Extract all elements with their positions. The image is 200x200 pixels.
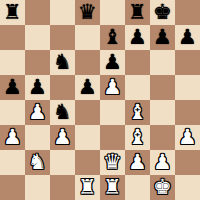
- black-pawn-b5[interactable]: ♟: [28, 75, 47, 100]
- square-b3[interactable]: [25, 125, 50, 150]
- square-a5[interactable]: ♟: [0, 75, 25, 100]
- square-f8[interactable]: ♜: [125, 0, 150, 25]
- square-d7[interactable]: [75, 25, 100, 50]
- white-pawn-b4[interactable]: ♟: [28, 100, 47, 125]
- square-g4[interactable]: [150, 100, 175, 125]
- black-bishop-e7[interactable]: ♝: [103, 25, 122, 50]
- square-h5[interactable]: [175, 75, 200, 100]
- square-f7[interactable]: ♟: [125, 25, 150, 50]
- white-rook-e1[interactable]: ♜: [103, 175, 122, 200]
- square-d1[interactable]: ♜: [75, 175, 100, 200]
- black-pawn-g7[interactable]: ♟: [153, 25, 172, 50]
- square-e4[interactable]: [100, 100, 125, 125]
- black-pawn-e6[interactable]: ♟: [103, 50, 122, 75]
- square-f6[interactable]: [125, 50, 150, 75]
- square-b8[interactable]: [25, 0, 50, 25]
- square-h7[interactable]: ♟: [175, 25, 200, 50]
- white-knight-b2[interactable]: ♞: [28, 150, 47, 175]
- square-a6[interactable]: [0, 50, 25, 75]
- square-b4[interactable]: ♟: [25, 100, 50, 125]
- white-pawn-f2[interactable]: ♟: [128, 150, 147, 175]
- square-a4[interactable]: [0, 100, 25, 125]
- black-pawn-f7[interactable]: ♟: [128, 25, 147, 50]
- square-c1[interactable]: [50, 175, 75, 200]
- black-rook-a8[interactable]: ♜: [3, 0, 22, 25]
- square-c6[interactable]: ♞: [50, 50, 75, 75]
- square-h1[interactable]: [175, 175, 200, 200]
- square-d2[interactable]: [75, 150, 100, 175]
- square-g7[interactable]: ♟: [150, 25, 175, 50]
- square-a3[interactable]: ♟: [0, 125, 25, 150]
- white-pawn-g2[interactable]: ♟: [153, 150, 172, 175]
- square-e8[interactable]: [100, 0, 125, 25]
- square-e1[interactable]: ♜: [100, 175, 125, 200]
- square-c3[interactable]: ♟: [50, 125, 75, 150]
- square-f5[interactable]: [125, 75, 150, 100]
- square-g8[interactable]: ♚: [150, 0, 175, 25]
- black-pawn-a5[interactable]: ♟: [3, 75, 22, 100]
- black-knight-c6[interactable]: ♞: [53, 50, 72, 75]
- white-king-g1[interactable]: ♚: [153, 175, 172, 200]
- square-a1[interactable]: [0, 175, 25, 200]
- black-pawn-d5[interactable]: ♟: [78, 75, 97, 100]
- square-g3[interactable]: [150, 125, 175, 150]
- square-c5[interactable]: [50, 75, 75, 100]
- square-e7[interactable]: ♝: [100, 25, 125, 50]
- square-b5[interactable]: ♟: [25, 75, 50, 100]
- square-f3[interactable]: ♝: [125, 125, 150, 150]
- chess-board-container: ♜♛♜♚♝♟♟♟♞♟♟♟♟♟♟♞♝♟♟♝♟♞♛♟♟♜♜♚: [0, 0, 200, 200]
- square-g5[interactable]: [150, 75, 175, 100]
- square-d8[interactable]: ♛: [75, 0, 100, 25]
- square-b1[interactable]: [25, 175, 50, 200]
- square-g6[interactable]: [150, 50, 175, 75]
- square-d6[interactable]: [75, 50, 100, 75]
- square-a2[interactable]: [0, 150, 25, 175]
- square-e5[interactable]: ♟: [100, 75, 125, 100]
- white-queen-e2[interactable]: ♛: [103, 150, 122, 175]
- white-rook-d1[interactable]: ♜: [78, 175, 97, 200]
- square-c8[interactable]: [50, 0, 75, 25]
- square-e6[interactable]: ♟: [100, 50, 125, 75]
- black-queen-d8[interactable]: ♛: [78, 0, 97, 25]
- square-e3[interactable]: [100, 125, 125, 150]
- square-e2[interactable]: ♛: [100, 150, 125, 175]
- square-f2[interactable]: ♟: [125, 150, 150, 175]
- black-rook-f8[interactable]: ♜: [128, 0, 147, 25]
- black-pawn-h7[interactable]: ♟: [178, 25, 197, 50]
- black-king-g8[interactable]: ♚: [153, 0, 172, 25]
- square-h4[interactable]: [175, 100, 200, 125]
- square-f4[interactable]: ♝: [125, 100, 150, 125]
- square-g1[interactable]: ♚: [150, 175, 175, 200]
- black-knight-c4[interactable]: ♞: [53, 100, 72, 125]
- chess-board: ♜♛♜♚♝♟♟♟♞♟♟♟♟♟♟♞♝♟♟♝♟♞♛♟♟♜♜♚: [0, 0, 200, 200]
- white-pawn-h3[interactable]: ♟: [178, 125, 197, 150]
- square-a7[interactable]: [0, 25, 25, 50]
- white-pawn-e5[interactable]: ♟: [103, 75, 122, 100]
- square-b7[interactable]: [25, 25, 50, 50]
- square-c4[interactable]: ♞: [50, 100, 75, 125]
- square-h6[interactable]: [175, 50, 200, 75]
- square-g2[interactable]: ♟: [150, 150, 175, 175]
- square-d5[interactable]: ♟: [75, 75, 100, 100]
- white-bishop-f4[interactable]: ♝: [128, 100, 147, 125]
- white-bishop-f3[interactable]: ♝: [128, 125, 147, 150]
- square-h2[interactable]: [175, 150, 200, 175]
- square-a8[interactable]: ♜: [0, 0, 25, 25]
- square-f1[interactable]: [125, 175, 150, 200]
- square-h3[interactable]: ♟: [175, 125, 200, 150]
- square-c2[interactable]: [50, 150, 75, 175]
- white-pawn-a3[interactable]: ♟: [3, 125, 22, 150]
- square-b2[interactable]: ♞: [25, 150, 50, 175]
- square-c7[interactable]: [50, 25, 75, 50]
- white-pawn-c3[interactable]: ♟: [53, 125, 72, 150]
- square-d3[interactable]: [75, 125, 100, 150]
- square-d4[interactable]: [75, 100, 100, 125]
- square-b6[interactable]: [25, 50, 50, 75]
- square-h8[interactable]: [175, 0, 200, 25]
